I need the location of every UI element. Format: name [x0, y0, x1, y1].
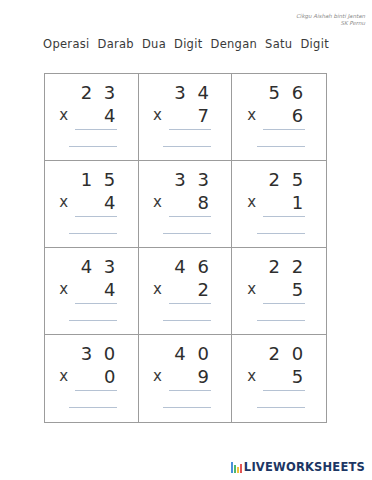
- multiplication-problem: 2 3 x 4: [59, 74, 123, 160]
- multiply-sign: x: [59, 193, 68, 211]
- answer-line[interactable]: [169, 129, 211, 130]
- answer-line[interactable]: [257, 233, 305, 234]
- problem-cell-3: 5 6 x 6: [232, 74, 326, 161]
- multiplicand: 5 6: [247, 82, 311, 104]
- multiply-sign: x: [59, 280, 68, 298]
- multiply-sign: x: [153, 280, 162, 298]
- answer-line[interactable]: [163, 320, 211, 321]
- answer-line[interactable]: [263, 390, 305, 391]
- answer-line[interactable]: [75, 390, 117, 391]
- multiplication-problem: 4 6 x 2: [153, 248, 217, 334]
- problem-cell-8: 4 6 x 2: [139, 248, 233, 335]
- multiplication-problem: 2 2 x 5: [247, 248, 311, 334]
- answer-line[interactable]: [163, 407, 211, 408]
- multiplicand: 3 4: [153, 82, 217, 104]
- author-school: SK Pernu: [296, 20, 365, 27]
- answer-line[interactable]: [263, 216, 305, 217]
- multiplier: 9: [198, 366, 217, 387]
- author-credit: Cikgu Aishah binti Jantan SK Pernu: [296, 13, 365, 27]
- problems-grid: 2 3 x 4 3 4 x 7 5 6: [44, 73, 327, 423]
- page-title: Operasi Darab Dua Digit Dengan Satu Digi…: [0, 37, 372, 51]
- multiplicand: 2 0: [247, 343, 311, 365]
- problem-cell-11: 4 0 x 9: [139, 335, 233, 422]
- multiplicand: 4 0: [153, 343, 217, 365]
- problem-cell-5: 3 3 x 8: [139, 161, 233, 248]
- multiply-sign: x: [59, 106, 68, 124]
- multiplier: 6: [292, 105, 311, 126]
- answer-line[interactable]: [257, 407, 305, 408]
- multiplication-problem: 3 4 x 7: [153, 74, 217, 160]
- multiply-sign: x: [59, 367, 68, 385]
- problem-cell-4: 1 5 x 4: [45, 161, 139, 248]
- problem-cell-1: 2 3 x 4: [45, 74, 139, 161]
- answer-line[interactable]: [69, 233, 117, 234]
- multiply-sign: x: [153, 106, 162, 124]
- multiply-sign: x: [247, 106, 256, 124]
- multiply-sign: x: [153, 367, 162, 385]
- multiplier: 7: [198, 105, 217, 126]
- answer-line[interactable]: [69, 320, 117, 321]
- liveworksheets-icon: [231, 462, 242, 473]
- multiplication-problem: 2 5 x 1: [247, 161, 311, 247]
- multiplicand: 4 3: [59, 256, 123, 278]
- answer-line[interactable]: [69, 146, 117, 147]
- multiplication-problem: 1 5 x 4: [59, 161, 123, 247]
- multiplier: 5: [292, 366, 311, 387]
- multiplication-problem: 3 0 x 0: [59, 335, 123, 422]
- multiplier: 4: [104, 105, 123, 126]
- answer-line[interactable]: [169, 390, 211, 391]
- liveworksheets-wordmark: LIVEWORKSHEETS: [244, 460, 365, 474]
- multiplicand: 2 3: [59, 82, 123, 104]
- answer-line[interactable]: [75, 303, 117, 304]
- multiply-sign: x: [247, 193, 256, 211]
- multiplicand: 2 2: [247, 256, 311, 278]
- multiply-sign: x: [153, 193, 162, 211]
- problem-cell-9: 2 2 x 5: [232, 248, 326, 335]
- answer-line[interactable]: [163, 146, 211, 147]
- answer-line[interactable]: [169, 303, 211, 304]
- multiplicand: 1 5: [59, 169, 123, 191]
- multiplication-problem: 4 0 x 9: [153, 335, 217, 422]
- multiplier: 4: [104, 279, 123, 300]
- multiplier: 0: [104, 366, 123, 387]
- liveworksheets-logo[interactable]: LIVEWORKSHEETS: [231, 460, 365, 474]
- problem-cell-6: 2 5 x 1: [232, 161, 326, 248]
- multiplicand: 4 6: [153, 256, 217, 278]
- problem-cell-7: 4 3 x 4: [45, 248, 139, 335]
- answer-line[interactable]: [263, 303, 305, 304]
- multiplication-problem: 2 0 x 5: [247, 335, 311, 422]
- problem-cell-12: 2 0 x 5: [232, 335, 326, 422]
- multiplier: 1: [292, 192, 311, 213]
- answer-line[interactable]: [263, 129, 305, 130]
- multiplicand: 2 5: [247, 169, 311, 191]
- multiplier: 2: [198, 279, 217, 300]
- multiplication-problem: 5 6 x 6: [247, 74, 311, 160]
- problem-cell-10: 3 0 x 0: [45, 335, 139, 422]
- answer-line[interactable]: [75, 129, 117, 130]
- multiply-sign: x: [247, 280, 256, 298]
- multiply-sign: x: [247, 367, 256, 385]
- multiplicand: 3 0: [59, 343, 123, 365]
- answer-line[interactable]: [169, 216, 211, 217]
- multiplication-problem: 4 3 x 4: [59, 248, 123, 334]
- multiplier: 8: [198, 192, 217, 213]
- author-name: Cikgu Aishah binti Jantan: [296, 13, 365, 20]
- multiplicand: 3 3: [153, 169, 217, 191]
- multiplication-problem: 3 3 x 8: [153, 161, 217, 247]
- multiplier: 5: [292, 279, 311, 300]
- answer-line[interactable]: [69, 407, 117, 408]
- answer-line[interactable]: [257, 146, 305, 147]
- answer-line[interactable]: [75, 216, 117, 217]
- worksheet-page: Cikgu Aishah binti Jantan SK Pernu Opera…: [0, 0, 372, 480]
- multiplier: 4: [104, 192, 123, 213]
- problem-cell-2: 3 4 x 7: [139, 74, 233, 161]
- answer-line[interactable]: [163, 233, 211, 234]
- answer-line[interactable]: [257, 320, 305, 321]
